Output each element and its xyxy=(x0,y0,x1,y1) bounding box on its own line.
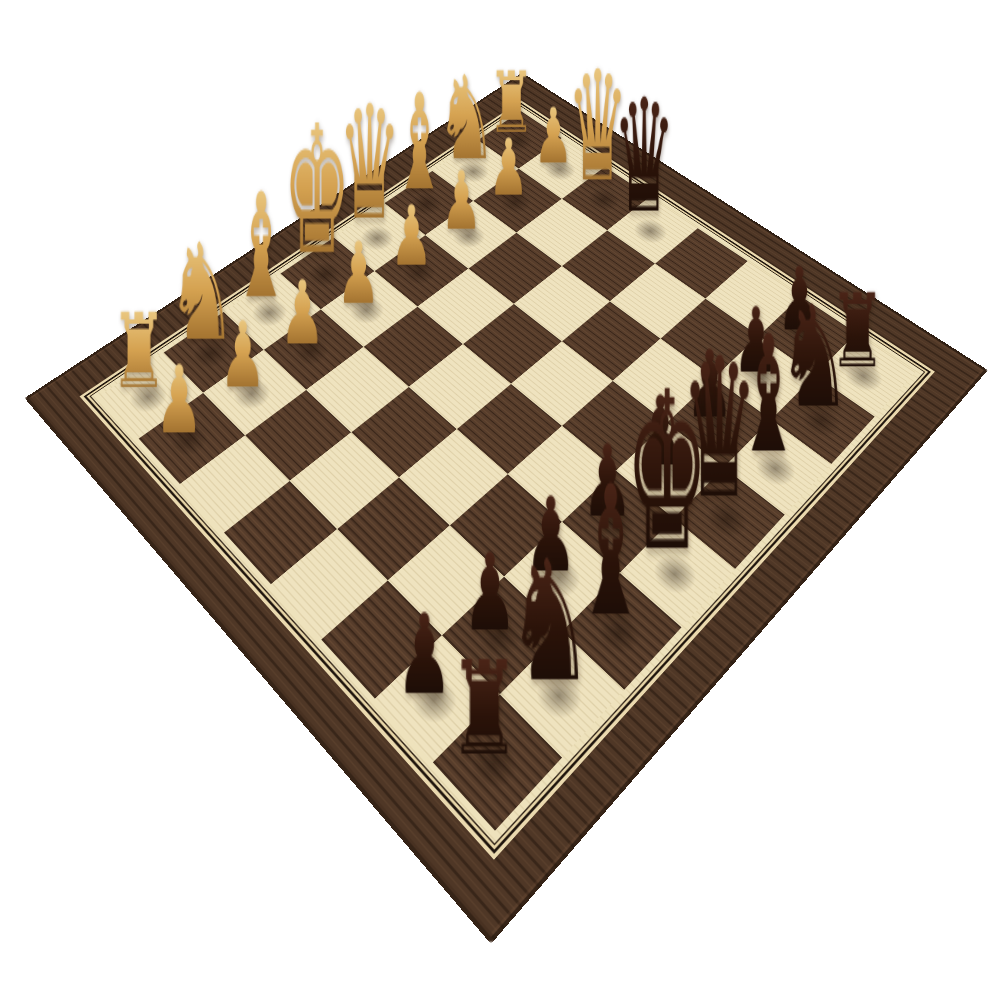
white-pawn-glyph: ♟ xyxy=(90,352,268,446)
square-f4 xyxy=(351,387,457,478)
chess-product-photo: ♜♞♟♝♟♛♛♟♛♚♟♝♟♞♟♟♜♟♟♜♟♟♞♟♝♟♛♟♚♟♝♟♞♜ xyxy=(0,0,1000,1000)
chess-board: ♜♞♟♝♟♛♛♟♛♚♟♝♟♞♟♟♜♟♟♜♟♟♞♟♝♟♛♟♚♟♝♟♞♜ xyxy=(25,73,988,944)
black-queen-glyph: ♛ xyxy=(568,80,720,236)
scene: ♜♞♟♝♟♛♛♟♛♚♟♝♟♞♟♟♜♟♟♜♟♟♞♟♝♟♛♟♚♟♝♟♞♜ xyxy=(0,0,1000,1000)
playing-field: ♜♞♟♝♟♛♛♟♛♚♟♝♟♞♟♟♜♟♟♜♟♟♞♟♝♟♛♟♚♟♝♟♞♜ xyxy=(100,111,916,831)
black-rook-glyph: ♜ xyxy=(369,644,599,774)
